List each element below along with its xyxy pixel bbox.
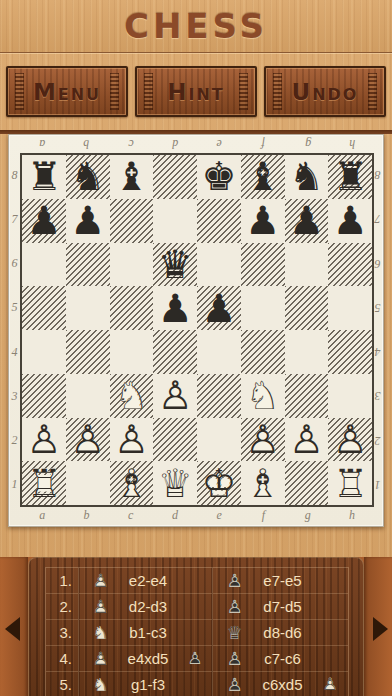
captured-piece-icon: ♟♙: [321, 674, 339, 695]
coordinate-label: 4: [372, 330, 383, 374]
white-pawn: ♟♙: [66, 418, 110, 462]
coordinate-label: 8: [372, 153, 383, 197]
app-title: CHESS: [124, 6, 268, 46]
black-bishop: ♝: [241, 155, 285, 199]
black-pawn-icon: ♟♙: [225, 570, 244, 591]
square-b5[interactable]: [66, 286, 110, 330]
black-pawn: ♟: [22, 199, 66, 243]
black-move-cell: ♟♙c7-c6: [213, 646, 347, 671]
move-table: 1.♟♙e2-e4♟♙e7-e52.♟♙d2-d3♟♙d7-d53.♞♘b1-c…: [45, 567, 349, 696]
square-g7[interactable]: ♟: [285, 199, 329, 243]
black-pawn: ♟: [197, 286, 241, 330]
black-rook: ♜: [22, 155, 66, 199]
move-number: 2.: [46, 594, 79, 619]
square-g6[interactable]: [285, 243, 329, 287]
coordinate-label: 1: [9, 463, 20, 507]
move-row: 3.♞♘b1-c3♛♕d8-d6: [46, 620, 348, 646]
square-g4[interactable]: [285, 330, 329, 374]
move-number: 5.: [46, 672, 79, 696]
square-d6[interactable]: ♛: [153, 243, 197, 287]
black-knight: ♞: [66, 155, 110, 199]
coordinate-label: b: [64, 136, 108, 152]
black-bishop: ♝: [110, 155, 154, 199]
coordinate-label: c: [109, 506, 153, 524]
square-e4[interactable]: [197, 330, 241, 374]
black-pawn: ♟: [328, 199, 372, 243]
square-c7[interactable]: [110, 199, 154, 243]
square-h7[interactable]: ♟: [328, 199, 372, 243]
square-h2[interactable]: ♟♙: [328, 418, 372, 462]
chess-app: CHESS Menu Hint Undo abcdefgh abcdefgh 8…: [0, 0, 392, 696]
coordinate-label: 8: [9, 153, 20, 197]
move-number: 3.: [46, 620, 79, 645]
coordinate-label: d: [153, 136, 197, 152]
hint-button-label: Hint: [167, 79, 225, 105]
coordinate-label: 3: [372, 374, 383, 418]
square-c1[interactable]: ♝♗: [110, 461, 154, 505]
square-b6[interactable]: [66, 243, 110, 287]
square-g1[interactable]: [285, 461, 329, 505]
move-number: 1.: [46, 568, 79, 593]
white-move-text: e2-e4: [110, 572, 186, 589]
black-move-text: c7-c6: [244, 650, 321, 667]
coordinate-label: a: [20, 506, 64, 524]
square-a5[interactable]: [22, 286, 66, 330]
coordinate-label: d: [153, 506, 197, 524]
white-move-text: b1-c3: [110, 624, 186, 641]
coordinate-label: 6: [372, 242, 383, 286]
black-move-text: d7-d5: [244, 598, 321, 615]
black-pawn: ♟: [241, 199, 285, 243]
square-e8[interactable]: ♚: [197, 155, 241, 199]
white-pawn-icon: ♟♙: [91, 648, 110, 669]
square-a7[interactable]: ♟: [22, 199, 66, 243]
undo-button-label: Undo: [292, 79, 359, 105]
square-e5[interactable]: ♟: [197, 286, 241, 330]
coordinate-label: e: [197, 506, 241, 524]
black-move-cell: ♟♙c6xd5♟♙: [213, 672, 347, 696]
square-f3[interactable]: ♞♘: [241, 374, 285, 418]
square-f7[interactable]: ♟: [241, 199, 285, 243]
title-bar: CHESS: [0, 0, 392, 53]
rank-labels-left: 87654321: [9, 153, 20, 507]
coordinate-label: h: [330, 506, 374, 524]
white-rook: ♜♖: [22, 461, 66, 505]
coordinate-label: a: [20, 136, 64, 152]
chess-board: ♜♞♝♚♝♞♜♟♟♟♟♟♛♟♟♞♘♟♙♞♘♟♙♟♙♟♙♟♙♟♙♟♙♜♖♝♗♛♕♚…: [20, 153, 374, 507]
square-h4[interactable]: [328, 330, 372, 374]
white-knight-icon: ♞♘: [91, 622, 110, 643]
square-a3[interactable]: [22, 374, 66, 418]
white-king: ♚♔: [197, 461, 241, 505]
white-pawn: ♟♙: [153, 374, 197, 418]
black-pawn-icon: ♟♙: [225, 648, 244, 669]
coordinate-label: e: [197, 136, 241, 152]
board-frame: abcdefgh abcdefgh 87654321 87654321 ♜♞♝♚…: [8, 134, 384, 527]
square-a1[interactable]: ♜♖: [22, 461, 66, 505]
coordinate-label: f: [241, 136, 285, 152]
black-pawn: ♟: [285, 199, 329, 243]
square-d3[interactable]: ♟♙: [153, 374, 197, 418]
white-queen: ♛♕: [153, 461, 197, 505]
next-move-button[interactable]: [364, 557, 392, 696]
white-move-text: d2-d3: [110, 598, 186, 615]
undo-button[interactable]: Undo: [264, 66, 386, 117]
white-pawn: ♟♙: [328, 418, 372, 462]
black-move-cell: ♟♙e7-e5: [213, 568, 347, 593]
square-d2[interactable]: [153, 418, 197, 462]
square-d7[interactable]: [153, 199, 197, 243]
square-c3[interactable]: ♞♘: [110, 374, 154, 418]
move-row: 2.♟♙d2-d3♟♙d7-d5: [46, 594, 348, 620]
black-rook: ♜: [328, 155, 372, 199]
coordinate-label: 2: [9, 419, 20, 463]
hint-button[interactable]: Hint: [135, 66, 257, 117]
black-move-text: c6xd5: [244, 676, 321, 693]
coordinate-label: 5: [9, 286, 20, 330]
white-knight-icon: ♞♘: [91, 674, 110, 695]
white-move-cell: ♞♘g1-f3: [79, 672, 213, 696]
coordinate-label: g: [286, 506, 330, 524]
move-history-panel: 1.♟♙e2-e4♟♙e7-e52.♟♙d2-d3♟♙d7-d53.♞♘b1-c…: [0, 557, 392, 696]
square-b8[interactable]: ♞: [66, 155, 110, 199]
white-rook: ♜♖: [328, 461, 372, 505]
rank-labels-right: 87654321: [372, 153, 383, 507]
square-g5[interactable]: [285, 286, 329, 330]
white-pawn-icon: ♟♙: [91, 596, 110, 617]
white-pawn: ♟♙: [22, 418, 66, 462]
square-c6[interactable]: [110, 243, 154, 287]
captured-piece-icon: ♟♙: [186, 648, 204, 669]
square-d8[interactable]: [153, 155, 197, 199]
left-arrow-icon: [5, 617, 20, 641]
black-knight: ♞: [285, 155, 329, 199]
square-b3[interactable]: [66, 374, 110, 418]
black-pawn-icon: ♟♙: [225, 596, 244, 617]
black-move-text: e7-e5: [244, 572, 321, 589]
square-f8[interactable]: ♝: [241, 155, 285, 199]
black-pawn: ♟: [66, 199, 110, 243]
black-move-cell: ♛♕d8-d6: [213, 620, 347, 645]
black-pawn: ♟: [153, 286, 197, 330]
move-list-panel: 1.♟♙e2-e4♟♙e7-e52.♟♙d2-d3♟♙d7-d53.♞♘b1-c…: [28, 557, 364, 696]
square-f1[interactable]: ♝♗: [241, 461, 285, 505]
white-move-cell: ♟♙d2-d3: [79, 594, 213, 619]
square-b4[interactable]: [66, 330, 110, 374]
square-a6[interactable]: [22, 243, 66, 287]
square-h1[interactable]: ♜♖: [328, 461, 372, 505]
coordinate-label: 7: [372, 197, 383, 241]
square-a4[interactable]: [22, 330, 66, 374]
black-move-cell: ♟♙d7-d5: [213, 594, 347, 619]
coordinate-label: 4: [9, 330, 20, 374]
square-e2[interactable]: [197, 418, 241, 462]
coordinate-label: 2: [372, 419, 383, 463]
black-pawn-icon: ♟♙: [225, 674, 244, 695]
white-move-cell: ♞♘b1-c3: [79, 620, 213, 645]
square-f4[interactable]: [241, 330, 285, 374]
white-pawn: ♟♙: [285, 418, 329, 462]
square-e1[interactable]: ♚♔: [197, 461, 241, 505]
move-row: 5.♞♘g1-f3♟♙c6xd5♟♙: [46, 672, 348, 696]
square-h5[interactable]: [328, 286, 372, 330]
coordinate-label: 6: [9, 242, 20, 286]
square-e7[interactable]: [197, 199, 241, 243]
square-a2[interactable]: ♟♙: [22, 418, 66, 462]
move-row: 1.♟♙e2-e4♟♙e7-e5: [46, 568, 348, 594]
square-f6[interactable]: [241, 243, 285, 287]
square-c8[interactable]: ♝: [110, 155, 154, 199]
white-pawn: ♟♙: [110, 418, 154, 462]
square-b7[interactable]: ♟: [66, 199, 110, 243]
file-labels-top: abcdefgh: [20, 136, 374, 152]
square-g3[interactable]: [285, 374, 329, 418]
square-c4[interactable]: [110, 330, 154, 374]
file-labels-bottom: abcdefgh: [20, 506, 374, 524]
white-move-cell: ♟♙e2-e4: [79, 568, 213, 593]
right-arrow-icon: [373, 617, 388, 641]
toolbar: Menu Hint Undo: [0, 53, 392, 130]
white-pawn: ♟♙: [241, 418, 285, 462]
square-h6[interactable]: [328, 243, 372, 287]
square-h8[interactable]: ♜: [328, 155, 372, 199]
black-queen-icon: ♛♕: [225, 622, 244, 643]
white-pawn-icon: ♟♙: [91, 570, 110, 591]
square-g8[interactable]: ♞: [285, 155, 329, 199]
square-d4[interactable]: [153, 330, 197, 374]
menu-button[interactable]: Menu: [6, 66, 128, 117]
coordinate-label: b: [64, 506, 108, 524]
square-e3[interactable]: [197, 374, 241, 418]
coordinate-label: 7: [9, 197, 20, 241]
square-c5[interactable]: [110, 286, 154, 330]
white-bishop: ♝♗: [241, 461, 285, 505]
white-move-text: g1-f3: [110, 676, 186, 693]
prev-move-button[interactable]: [0, 557, 28, 696]
square-b1[interactable]: [66, 461, 110, 505]
coordinate-label: 5: [372, 286, 383, 330]
white-move-text: e4xd5: [110, 650, 186, 667]
square-d1[interactable]: ♛♕: [153, 461, 197, 505]
coordinate-label: g: [286, 136, 330, 152]
square-c2[interactable]: ♟♙: [110, 418, 154, 462]
square-d5[interactable]: ♟: [153, 286, 197, 330]
coordinate-label: 3: [9, 374, 20, 418]
coordinate-label: 1: [372, 463, 383, 507]
square-e6[interactable]: [197, 243, 241, 287]
board-section: abcdefgh abcdefgh 87654321 87654321 ♜♞♝♚…: [0, 134, 392, 557]
coordinate-label: h: [330, 136, 374, 152]
black-move-text: d8-d6: [244, 624, 321, 641]
square-f2[interactable]: ♟♙: [241, 418, 285, 462]
square-b2[interactable]: ♟♙: [66, 418, 110, 462]
square-f5[interactable]: [241, 286, 285, 330]
white-knight: ♞♘: [110, 374, 154, 418]
white-bishop: ♝♗: [110, 461, 154, 505]
move-number: 4.: [46, 646, 79, 671]
square-h3[interactable]: [328, 374, 372, 418]
menu-button-label: Menu: [33, 79, 101, 105]
black-queen: ♛: [153, 243, 197, 287]
move-row: 4.♟♙e4xd5♟♙♟♙c7-c6: [46, 646, 348, 672]
white-move-cell: ♟♙e4xd5♟♙: [79, 646, 213, 671]
square-g2[interactable]: ♟♙: [285, 418, 329, 462]
square-a8[interactable]: ♜: [22, 155, 66, 199]
coordinate-label: c: [109, 136, 153, 152]
coordinate-label: f: [241, 506, 285, 524]
black-king: ♚: [197, 155, 241, 199]
white-knight: ♞♘: [241, 374, 285, 418]
